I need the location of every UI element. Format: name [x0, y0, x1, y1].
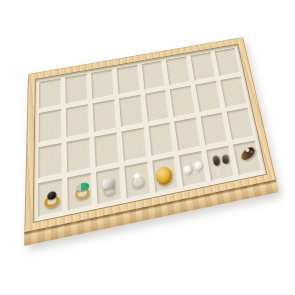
compartment-r4c6	[179, 151, 207, 187]
item-amber-cabochon	[155, 165, 174, 187]
compartment-r4c3	[96, 167, 122, 205]
item-ring-emerald	[74, 182, 90, 201]
compartment-r3c4	[121, 127, 146, 162]
item-ring-pearl	[130, 171, 145, 189]
compartment-r1c1	[39, 78, 61, 109]
compartment-r1c3	[91, 69, 114, 99]
compartment-r1c5	[141, 61, 165, 91]
compartment-r4c1	[38, 178, 63, 217]
compartment-r4c2	[67, 173, 92, 211]
compartment-r2c7	[195, 81, 221, 112]
product-photo	[0, 0, 295, 295]
compartment-r2c1	[39, 109, 62, 142]
compartment-r3c3	[94, 132, 119, 167]
compartment-r2c2	[66, 104, 89, 137]
compartment-r3c5	[148, 122, 174, 156]
compartment-r3c7	[201, 112, 228, 145]
compartment-r2c5	[145, 90, 170, 122]
compartment-r2c8	[220, 77, 246, 108]
item-pearl-earrings	[183, 160, 204, 178]
compartment-r4c4	[124, 161, 151, 198]
compartment-r2c4	[119, 95, 143, 127]
compartment-r1c8	[215, 48, 240, 77]
compartment-r1c6	[166, 56, 191, 85]
item-ring-pave	[101, 177, 116, 197]
compartment-r3c8	[227, 107, 255, 140]
compartment-r3c1	[38, 142, 62, 178]
compartment-r1c4	[116, 65, 140, 95]
tray-shadow-wrap	[0, 0, 295, 295]
compartment-r2c3	[92, 100, 116, 132]
compartment-r1c7	[191, 52, 216, 81]
compartment-r2c6	[170, 86, 195, 117]
item-ring-black	[43, 190, 60, 210]
item-marcasite-earrings	[211, 153, 231, 173]
item-bronze-brooch	[239, 146, 259, 162]
compartment-r3c2	[66, 137, 90, 172]
tray-wood-frame	[24, 37, 276, 233]
compartment-r1c2	[65, 74, 88, 105]
compartment-r4c5	[152, 156, 179, 193]
compartment-r3c6	[174, 117, 201, 151]
compartment-r4c7	[206, 145, 234, 181]
jewelry-tray	[24, 37, 279, 246]
compartment-r4c8	[233, 140, 262, 175]
